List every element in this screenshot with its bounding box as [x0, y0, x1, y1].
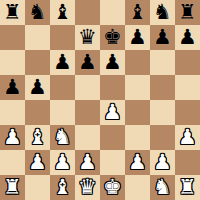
- square-g8[interactable]: ♞: [150, 0, 175, 25]
- square-c5[interactable]: [50, 75, 75, 100]
- piece-black-rook[interactable]: ♜: [178, 0, 197, 25]
- piece-white-rook[interactable]: ♜: [3, 175, 22, 200]
- square-e7[interactable]: ♚: [100, 25, 125, 50]
- square-h8[interactable]: ♜: [175, 0, 200, 25]
- piece-white-bishop[interactable]: ♝: [28, 125, 47, 150]
- square-e4[interactable]: ♟: [100, 100, 125, 125]
- piece-black-pawn[interactable]: ♟: [28, 75, 47, 100]
- square-g6[interactable]: [150, 50, 175, 75]
- piece-black-bishop[interactable]: ♝: [53, 0, 72, 25]
- square-a8[interactable]: ♜: [0, 0, 25, 25]
- piece-black-rook[interactable]: ♜: [3, 0, 22, 25]
- square-h4[interactable]: [175, 100, 200, 125]
- square-b1[interactable]: [25, 175, 50, 200]
- square-f1[interactable]: [125, 175, 150, 200]
- square-c2[interactable]: ♟: [50, 150, 75, 175]
- chess-board: ♜♞♝♝♞♜♛♚♟♟♟♟♟♟♟♟♟♟♝♞♟♟♟♟♟♟♜♝♛♚♞♜: [0, 0, 200, 200]
- piece-white-knight[interactable]: ♞: [153, 175, 172, 200]
- piece-black-knight[interactable]: ♞: [153, 0, 172, 25]
- square-e1[interactable]: ♚: [100, 175, 125, 200]
- square-a3[interactable]: ♟: [0, 125, 25, 150]
- square-g2[interactable]: ♟: [150, 150, 175, 175]
- square-f4[interactable]: [125, 100, 150, 125]
- square-e2[interactable]: [100, 150, 125, 175]
- square-c8[interactable]: ♝: [50, 0, 75, 25]
- square-d7[interactable]: ♛: [75, 25, 100, 50]
- square-g7[interactable]: ♟: [150, 25, 175, 50]
- piece-black-pawn[interactable]: ♟: [3, 75, 22, 100]
- piece-black-pawn[interactable]: ♟: [153, 25, 172, 50]
- square-h6[interactable]: [175, 50, 200, 75]
- piece-white-pawn[interactable]: ♟: [3, 125, 22, 150]
- square-e5[interactable]: [100, 75, 125, 100]
- square-c4[interactable]: [50, 100, 75, 125]
- square-b6[interactable]: [25, 50, 50, 75]
- square-a1[interactable]: ♜: [0, 175, 25, 200]
- square-f3[interactable]: [125, 125, 150, 150]
- square-g4[interactable]: [150, 100, 175, 125]
- piece-white-pawn[interactable]: ♟: [128, 150, 147, 175]
- square-h7[interactable]: ♟: [175, 25, 200, 50]
- square-a2[interactable]: [0, 150, 25, 175]
- piece-white-queen[interactable]: ♛: [78, 175, 97, 200]
- square-g1[interactable]: ♞: [150, 175, 175, 200]
- piece-white-pawn[interactable]: ♟: [178, 125, 197, 150]
- square-d4[interactable]: [75, 100, 100, 125]
- piece-white-pawn[interactable]: ♟: [28, 150, 47, 175]
- square-f2[interactable]: ♟: [125, 150, 150, 175]
- piece-white-pawn[interactable]: ♟: [153, 150, 172, 175]
- square-d5[interactable]: [75, 75, 100, 100]
- square-d8[interactable]: [75, 0, 100, 25]
- piece-white-pawn[interactable]: ♟: [103, 100, 122, 125]
- piece-black-pawn[interactable]: ♟: [128, 25, 147, 50]
- piece-black-king[interactable]: ♚: [103, 25, 122, 50]
- piece-black-pawn[interactable]: ♟: [53, 50, 72, 75]
- square-d3[interactable]: [75, 125, 100, 150]
- square-b3[interactable]: ♝: [25, 125, 50, 150]
- piece-black-knight[interactable]: ♞: [28, 0, 47, 25]
- piece-white-bishop[interactable]: ♝: [53, 175, 72, 200]
- piece-black-bishop[interactable]: ♝: [128, 0, 147, 25]
- square-g3[interactable]: [150, 125, 175, 150]
- square-h5[interactable]: [175, 75, 200, 100]
- square-b8[interactable]: ♞: [25, 0, 50, 25]
- piece-black-pawn[interactable]: ♟: [78, 50, 97, 75]
- piece-white-knight[interactable]: ♞: [53, 125, 72, 150]
- square-f7[interactable]: ♟: [125, 25, 150, 50]
- square-g5[interactable]: [150, 75, 175, 100]
- piece-black-pawn[interactable]: ♟: [178, 25, 197, 50]
- square-e8[interactable]: [100, 0, 125, 25]
- square-b5[interactable]: ♟: [25, 75, 50, 100]
- square-c3[interactable]: ♞: [50, 125, 75, 150]
- square-a5[interactable]: ♟: [0, 75, 25, 100]
- square-d2[interactable]: ♟: [75, 150, 100, 175]
- square-e3[interactable]: [100, 125, 125, 150]
- square-f5[interactable]: [125, 75, 150, 100]
- piece-white-rook[interactable]: ♜: [178, 175, 197, 200]
- square-b7[interactable]: [25, 25, 50, 50]
- square-f8[interactable]: ♝: [125, 0, 150, 25]
- square-c1[interactable]: ♝: [50, 175, 75, 200]
- piece-white-pawn[interactable]: ♟: [78, 150, 97, 175]
- square-a7[interactable]: [0, 25, 25, 50]
- square-e6[interactable]: ♟: [100, 50, 125, 75]
- square-a6[interactable]: [0, 50, 25, 75]
- piece-black-queen[interactable]: ♛: [78, 25, 97, 50]
- square-c6[interactable]: ♟: [50, 50, 75, 75]
- square-b2[interactable]: ♟: [25, 150, 50, 175]
- piece-white-king[interactable]: ♚: [103, 175, 122, 200]
- square-h1[interactable]: ♜: [175, 175, 200, 200]
- square-a4[interactable]: [0, 100, 25, 125]
- square-c7[interactable]: [50, 25, 75, 50]
- square-d6[interactable]: ♟: [75, 50, 100, 75]
- piece-white-pawn[interactable]: ♟: [53, 150, 72, 175]
- square-b4[interactable]: [25, 100, 50, 125]
- square-f6[interactable]: [125, 50, 150, 75]
- square-d1[interactable]: ♛: [75, 175, 100, 200]
- square-h3[interactable]: ♟: [175, 125, 200, 150]
- piece-black-pawn[interactable]: ♟: [103, 50, 122, 75]
- square-h2[interactable]: [175, 150, 200, 175]
